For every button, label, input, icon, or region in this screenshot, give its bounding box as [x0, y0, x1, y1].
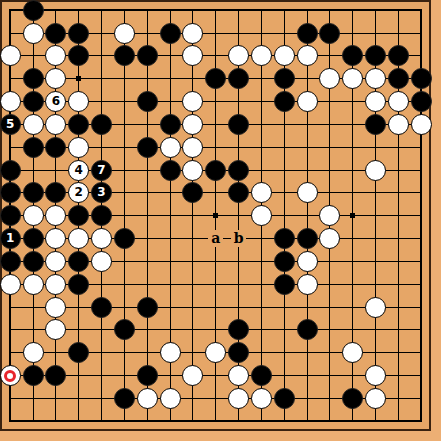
stone-white — [274, 45, 295, 66]
stone-black — [228, 342, 249, 363]
stone-black — [205, 68, 226, 89]
stone-white — [297, 182, 318, 203]
stone-white — [68, 91, 89, 112]
stone-white — [23, 205, 44, 226]
grid-line-horizontal — [9, 420, 422, 422]
stone-white — [365, 388, 386, 409]
stone-black — [274, 228, 295, 249]
stone-white — [297, 91, 318, 112]
stone-white — [23, 342, 44, 363]
stone-black — [68, 23, 89, 44]
grid-line-horizontal — [9, 375, 422, 376]
stone-white — [319, 68, 340, 89]
stone-white — [228, 365, 249, 386]
stone-black — [23, 182, 44, 203]
stone-black — [411, 91, 432, 112]
stone-black — [0, 205, 21, 226]
stone-black — [228, 182, 249, 203]
stone-black — [137, 365, 158, 386]
stone-black — [388, 45, 409, 66]
move-number-4: 4 — [68, 160, 89, 181]
stone-black — [114, 388, 135, 409]
stone-white — [182, 365, 203, 386]
stone-black — [68, 45, 89, 66]
stone-white — [297, 251, 318, 272]
grid-line-horizontal — [9, 329, 422, 330]
stone-white — [205, 342, 226, 363]
stone-black — [68, 251, 89, 272]
stone-white — [45, 297, 66, 318]
stone-white — [45, 228, 66, 249]
stone-black — [160, 114, 181, 135]
stone-white — [182, 45, 203, 66]
stone-white — [45, 45, 66, 66]
stone-black — [114, 45, 135, 66]
stone-white — [23, 23, 44, 44]
go-board[interactable]: ab1234567 — [0, 0, 431, 431]
stone-black — [274, 91, 295, 112]
stone-white — [0, 274, 21, 295]
stone-black — [45, 365, 66, 386]
stone-black — [342, 45, 363, 66]
stone-white — [365, 160, 386, 181]
stone-white — [228, 45, 249, 66]
stone-black — [319, 23, 340, 44]
stone-black — [0, 182, 21, 203]
stone-white — [182, 137, 203, 158]
stone-black — [342, 388, 363, 409]
stone-black — [274, 388, 295, 409]
stone-white — [23, 114, 44, 135]
stone-black — [182, 182, 203, 203]
stone-black — [0, 160, 21, 181]
stone-black — [365, 114, 386, 135]
stone-white — [160, 342, 181, 363]
stone-black — [205, 160, 226, 181]
stone-white — [45, 68, 66, 89]
stone-white — [182, 160, 203, 181]
stone-white — [342, 68, 363, 89]
move-number-3: 3 — [91, 182, 112, 203]
stone-black — [23, 137, 44, 158]
stone-white — [91, 228, 112, 249]
stone-white — [91, 251, 112, 272]
stone-black — [23, 251, 44, 272]
stone-black — [228, 160, 249, 181]
stone-white — [137, 388, 158, 409]
stone-black — [137, 297, 158, 318]
stone-black — [45, 23, 66, 44]
star-point — [213, 213, 218, 218]
stone-white — [228, 388, 249, 409]
move-number-2: 2 — [68, 182, 89, 203]
label-b[interactable]: b — [231, 230, 246, 247]
stone-black — [274, 68, 295, 89]
stone-white — [0, 91, 21, 112]
stone-black — [388, 68, 409, 89]
stone-black — [137, 137, 158, 158]
stone-black — [297, 228, 318, 249]
stone-black — [365, 45, 386, 66]
stone-white — [342, 342, 363, 363]
stone-black — [160, 160, 181, 181]
stone-white — [0, 45, 21, 66]
stone-white — [319, 205, 340, 226]
stone-black — [137, 45, 158, 66]
stone-black — [160, 23, 181, 44]
stone-black — [411, 68, 432, 89]
stone-black — [68, 342, 89, 363]
stone-white — [365, 297, 386, 318]
stone-black — [23, 0, 44, 21]
stone-white — [411, 114, 432, 135]
stone-white — [45, 251, 66, 272]
stone-white — [365, 365, 386, 386]
move-number-7: 7 — [91, 160, 112, 181]
stone-black — [23, 91, 44, 112]
stone-black — [274, 274, 295, 295]
stone-black — [228, 114, 249, 135]
stone-white — [45, 205, 66, 226]
stone-white — [388, 114, 409, 135]
stone-white — [68, 137, 89, 158]
go-board-diagram: ab1234567 — [0, 0, 441, 441]
star-point — [76, 76, 81, 81]
stone-black — [68, 205, 89, 226]
grid-line-vertical — [307, 9, 308, 422]
circle-mark — [4, 370, 16, 382]
stone-black — [23, 365, 44, 386]
stone-black — [23, 228, 44, 249]
stone-white — [251, 45, 272, 66]
stone-black — [251, 365, 272, 386]
stone-black — [91, 205, 112, 226]
stone-black — [91, 297, 112, 318]
move-number-5: 5 — [0, 114, 21, 135]
stone-white — [182, 91, 203, 112]
grid-line-horizontal — [9, 307, 422, 308]
stone-black — [297, 319, 318, 340]
stone-black — [68, 274, 89, 295]
stone-white — [297, 274, 318, 295]
stone-white — [68, 228, 89, 249]
stone-white — [114, 23, 135, 44]
stone-white — [23, 274, 44, 295]
stone-black — [45, 182, 66, 203]
stone-white — [251, 205, 272, 226]
stone-white — [297, 45, 318, 66]
stone-black — [228, 319, 249, 340]
stone-white — [182, 114, 203, 135]
stone-white — [251, 182, 272, 203]
stone-white — [45, 274, 66, 295]
stone-black — [0, 251, 21, 272]
stone-black — [91, 114, 112, 135]
stone-black — [114, 228, 135, 249]
star-point — [350, 213, 355, 218]
stone-white — [45, 114, 66, 135]
stone-white — [365, 68, 386, 89]
stone-white — [45, 319, 66, 340]
stone-black — [137, 91, 158, 112]
stone-black — [68, 114, 89, 135]
stone-white — [251, 388, 272, 409]
stone-white — [160, 137, 181, 158]
stone-black — [297, 23, 318, 44]
stone-black — [274, 251, 295, 272]
stone-black — [228, 68, 249, 89]
move-number-1: 1 — [0, 228, 21, 249]
stone-white — [365, 91, 386, 112]
stone-black — [23, 68, 44, 89]
stone-white — [388, 91, 409, 112]
stone-white — [319, 228, 340, 249]
label-a[interactable]: a — [208, 230, 223, 247]
move-number-6: 6 — [45, 91, 66, 112]
stone-white — [160, 388, 181, 409]
stone-black — [45, 137, 66, 158]
stone-black — [114, 319, 135, 340]
stone-white — [182, 23, 203, 44]
